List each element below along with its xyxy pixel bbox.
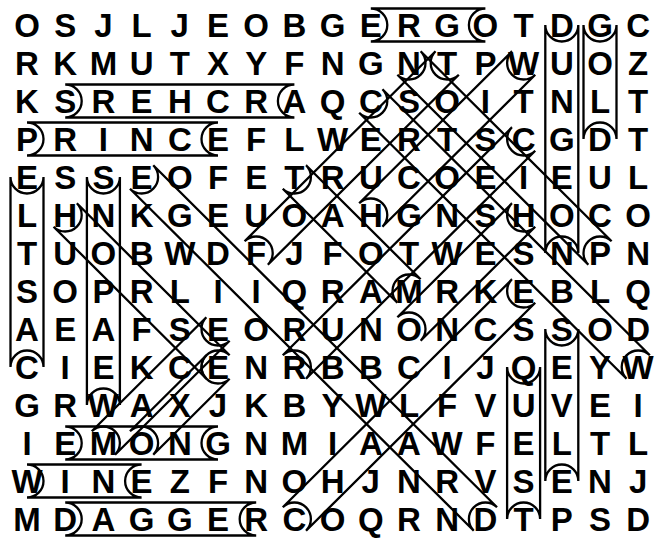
grid-cell: F	[237, 234, 275, 272]
grid-cell: O	[428, 158, 466, 196]
grid-cell: O	[581, 44, 619, 82]
grid-cell: N	[543, 82, 581, 120]
grid-cell: C	[505, 120, 543, 158]
grid-cell: E	[237, 158, 275, 196]
grid-cell: P	[581, 234, 619, 272]
grid-cell: I	[428, 348, 466, 386]
grid-cell: D	[46, 500, 84, 538]
grid-cell: L	[581, 82, 619, 120]
grid-cell: T	[619, 120, 657, 158]
grid-cell: C	[352, 82, 390, 120]
grid-cell: R	[275, 348, 313, 386]
grid-cell: R	[314, 272, 352, 310]
grid-cell: U	[237, 196, 275, 234]
grid-cell: E	[543, 462, 581, 500]
grid-cell: P	[84, 272, 122, 310]
grid-cell: K	[123, 196, 161, 234]
grid-cell: U	[314, 310, 352, 348]
grid-cell: W	[8, 462, 46, 500]
grid-cell: W	[619, 348, 657, 386]
grid-cell: N	[543, 234, 581, 272]
grid-cell: I	[199, 272, 237, 310]
grid-cell: N	[237, 348, 275, 386]
grid-cell: V	[466, 386, 504, 424]
grid-cell: Q	[314, 82, 352, 120]
grid-cell: B	[275, 6, 313, 44]
grid-cell: O	[428, 82, 466, 120]
grid-cell: F	[466, 424, 504, 462]
grid-cell: C	[275, 500, 313, 538]
grid-cell: O	[619, 196, 657, 234]
grid-cell: D	[199, 234, 237, 272]
grid-cell: L	[619, 424, 657, 462]
grid-cell: R	[237, 500, 275, 538]
grid-cell: F	[314, 234, 352, 272]
grid-cell: U	[46, 234, 84, 272]
grid-cell: H	[505, 196, 543, 234]
grid-cell: H	[352, 196, 390, 234]
grid-cell: Y	[581, 348, 619, 386]
grid-cell: H	[314, 462, 352, 500]
grid-cell: Q	[619, 272, 657, 310]
grid-cell: J	[161, 6, 199, 44]
grid-cell: L	[390, 386, 428, 424]
grid-cell: K	[123, 348, 161, 386]
grid-cell: J	[84, 6, 122, 44]
grid-cell: E	[466, 158, 504, 196]
grid-cell: E	[505, 272, 543, 310]
grid-cell: O	[123, 424, 161, 462]
grid-cell: U	[352, 158, 390, 196]
grid-cell: D	[619, 310, 657, 348]
grid-cell: O	[237, 310, 275, 348]
grid-cell: T	[505, 500, 543, 538]
grid-cell: E	[199, 196, 237, 234]
grid-cell: E	[352, 120, 390, 158]
grid-cell: N	[84, 196, 122, 234]
grid-cell: E	[352, 6, 390, 44]
grid-cell: G	[314, 6, 352, 44]
grid-cell: G	[161, 500, 199, 538]
grid-cell: T	[428, 44, 466, 82]
grid-cell: F	[275, 44, 313, 82]
grid-cell: E	[46, 424, 84, 462]
grid-cell: W	[428, 234, 466, 272]
grid-cell: L	[619, 158, 657, 196]
grid-cell: O	[8, 6, 46, 44]
grid-cell: P	[8, 120, 46, 158]
grid-cell: R	[428, 272, 466, 310]
grid-cell: C	[581, 196, 619, 234]
grid-cell: O	[314, 500, 352, 538]
grid-cell: I	[8, 424, 46, 462]
grid-cell: Y	[237, 44, 275, 82]
grid-cell: B	[543, 272, 581, 310]
grid-cell: K	[466, 272, 504, 310]
grid-cell: F	[123, 310, 161, 348]
grid-cell: N	[352, 310, 390, 348]
grid-cell: O	[46, 272, 84, 310]
grid-cell: Z	[619, 44, 657, 82]
grid-cell: O	[84, 234, 122, 272]
grid-cell: L	[275, 120, 313, 158]
grid-cell: N	[84, 462, 122, 500]
grid-cell: M	[84, 424, 122, 462]
grid-cell: N	[428, 500, 466, 538]
grid-cell: W	[84, 386, 122, 424]
grid-cell: M	[390, 272, 428, 310]
grid-cell: S	[390, 82, 428, 120]
grid-cell: J	[352, 462, 390, 500]
grid-cell: R	[275, 310, 313, 348]
grid-cell: S	[505, 234, 543, 272]
grid-cell: E	[84, 348, 122, 386]
grid-cell: T	[390, 234, 428, 272]
grid-cell: U	[505, 386, 543, 424]
grid-cell: G	[161, 196, 199, 234]
grid-cell: S	[84, 158, 122, 196]
grid-cell: E	[543, 158, 581, 196]
grid-cell: S	[46, 6, 84, 44]
grid-cell: R	[46, 386, 84, 424]
grid-cell: V	[466, 462, 504, 500]
grid-cell: D	[581, 120, 619, 158]
grid-cell: O	[352, 234, 390, 272]
grid-cell: F	[199, 158, 237, 196]
grid-cell: M	[84, 44, 122, 82]
grid-cell: T	[619, 82, 657, 120]
grid-cell: S	[466, 120, 504, 158]
grid-cell: C	[390, 348, 428, 386]
grid-cell: T	[428, 120, 466, 158]
grid-cell: R	[123, 272, 161, 310]
grid-cell: K	[237, 386, 275, 424]
grid-cell: C	[161, 348, 199, 386]
grid-cell: F	[428, 386, 466, 424]
grid-cell: W	[505, 44, 543, 82]
grid-cell: G	[543, 120, 581, 158]
grid-cell: T	[505, 82, 543, 120]
grid-cell: U	[543, 44, 581, 82]
grid-cell: I	[237, 272, 275, 310]
grid-cell: G	[199, 424, 237, 462]
grid-cell: T	[8, 234, 46, 272]
grid-cell: N	[428, 310, 466, 348]
grid-cell: B	[352, 348, 390, 386]
grid-cell: W	[352, 386, 390, 424]
grid-cell: C	[619, 6, 657, 44]
grid-cell: S	[466, 196, 504, 234]
grid-cell: L	[581, 272, 619, 310]
grid-cell: E	[581, 386, 619, 424]
grid-cell: A	[84, 500, 122, 538]
grid-cell: R	[428, 462, 466, 500]
grid-cell: G	[581, 6, 619, 44]
grid-cell: I	[46, 348, 84, 386]
grid-cell: Q	[505, 348, 543, 386]
grid-cell: J	[466, 348, 504, 386]
grid-cell: S	[581, 500, 619, 538]
grid-cell: I	[505, 158, 543, 196]
grid-cell: S	[505, 310, 543, 348]
grid-cell: C	[8, 348, 46, 386]
grid-cell: G	[428, 6, 466, 44]
grid-cell: I	[46, 462, 84, 500]
grid-cell: N	[314, 44, 352, 82]
grid-cell: I	[466, 82, 504, 120]
grid-cell: K	[46, 44, 84, 82]
grid-cell: E	[123, 462, 161, 500]
grid-cell: A	[352, 272, 390, 310]
grid-cell: N	[428, 196, 466, 234]
grid-cell: J	[199, 386, 237, 424]
grid-cell: O	[466, 6, 504, 44]
grid-cell: G	[123, 500, 161, 538]
grid-cell: E	[46, 310, 84, 348]
grid-cell: T	[581, 424, 619, 462]
grid-cell: I	[619, 386, 657, 424]
grid-cell: J	[619, 462, 657, 500]
grid-cell: S	[543, 310, 581, 348]
grid-cell: R	[390, 500, 428, 538]
grid-cell: L	[123, 6, 161, 44]
grid-cell: S	[161, 310, 199, 348]
grid-cell: Z	[161, 462, 199, 500]
grid-cell: H	[161, 82, 199, 120]
grid-cell: L	[543, 424, 581, 462]
grid-cell: S	[8, 272, 46, 310]
grid-cell: E	[8, 158, 46, 196]
grid-cell: S	[46, 158, 84, 196]
grid-cell: L	[161, 272, 199, 310]
grid-cell: N	[390, 44, 428, 82]
grid-cell: R	[314, 158, 352, 196]
grid-cell: L	[8, 196, 46, 234]
grid-cell: O	[275, 196, 313, 234]
grid-cell: E	[466, 234, 504, 272]
grid-cell: E	[123, 158, 161, 196]
grid-cell: Y	[314, 386, 352, 424]
grid-cell: E	[123, 82, 161, 120]
grid-cell: W	[314, 120, 352, 158]
grid-cell: E	[199, 500, 237, 538]
grid-cell: E	[505, 424, 543, 462]
grid-cell: G	[352, 44, 390, 82]
grid-cell: O	[237, 6, 275, 44]
grid-cell: G	[390, 196, 428, 234]
grid-cell: B	[314, 348, 352, 386]
grid-cell: U	[123, 44, 161, 82]
grid-cell: A	[275, 82, 313, 120]
grid-cell: B	[123, 234, 161, 272]
grid-cell: I	[84, 120, 122, 158]
grid-cell: W	[161, 234, 199, 272]
grid-cell: S	[46, 82, 84, 120]
grid-cell: R	[390, 120, 428, 158]
grid-cell: N	[581, 462, 619, 500]
grid-cell: R	[46, 120, 84, 158]
grid-cell: C	[390, 158, 428, 196]
grid-cell: E	[199, 310, 237, 348]
grid-cell: N	[619, 234, 657, 272]
grid-cell: E	[199, 6, 237, 44]
grid-cell: M	[275, 424, 313, 462]
grid-cell: D	[619, 500, 657, 538]
grid-cell: H	[46, 196, 84, 234]
grid-cell: E	[199, 348, 237, 386]
grid-cell: T	[505, 6, 543, 44]
grid-cell: N	[237, 462, 275, 500]
grid-cell: Q	[352, 500, 390, 538]
grid-cell: O	[543, 196, 581, 234]
grid-cell: O	[581, 310, 619, 348]
grid-cell: T	[161, 44, 199, 82]
grid-cell: A	[84, 310, 122, 348]
grid-cell: O	[161, 158, 199, 196]
grid-cell: Q	[275, 272, 313, 310]
grid-cell: A	[314, 196, 352, 234]
grid-cell: R	[8, 44, 46, 82]
grid-cell: A	[352, 424, 390, 462]
grid-cell: A	[8, 310, 46, 348]
grid-cell: N	[161, 424, 199, 462]
grid-cell: N	[237, 424, 275, 462]
grid-cell: C	[466, 310, 504, 348]
grid-cell: B	[275, 386, 313, 424]
grid-cell: O	[275, 462, 313, 500]
grid-cell: R	[390, 6, 428, 44]
grid-cell: N	[123, 120, 161, 158]
grid-cell: P	[466, 44, 504, 82]
grid-cell: T	[275, 158, 313, 196]
grid-cell: J	[275, 234, 313, 272]
word-search-board: OSJLJEOBGERGOTDGCRKMUTXYFNGNTPWUOZKSREHC…	[0, 0, 667, 547]
grid-cell: S	[505, 462, 543, 500]
grid-cell: R	[84, 82, 122, 120]
grid-cell: A	[390, 424, 428, 462]
grid-cell: D	[466, 500, 504, 538]
grid-cell: X	[199, 44, 237, 82]
grid-cell: F	[237, 120, 275, 158]
grid-cell: O	[390, 310, 428, 348]
grid-cell: U	[581, 158, 619, 196]
grid-cell: A	[123, 386, 161, 424]
grid-cell: P	[543, 500, 581, 538]
grid-cell: X	[161, 386, 199, 424]
grid-cell: N	[390, 462, 428, 500]
grid-cell: R	[237, 82, 275, 120]
grid-cell: V	[543, 386, 581, 424]
grid-cell: E	[199, 120, 237, 158]
grid-cell: M	[8, 500, 46, 538]
grid-cell: I	[314, 424, 352, 462]
grid-cell: C	[199, 82, 237, 120]
grid-cell: W	[428, 424, 466, 462]
grid-cell: G	[8, 386, 46, 424]
grid-cell: C	[161, 120, 199, 158]
grid-cell: D	[543, 6, 581, 44]
grid-cell: K	[8, 82, 46, 120]
grid-cell: F	[199, 462, 237, 500]
grid-cell: E	[543, 348, 581, 386]
